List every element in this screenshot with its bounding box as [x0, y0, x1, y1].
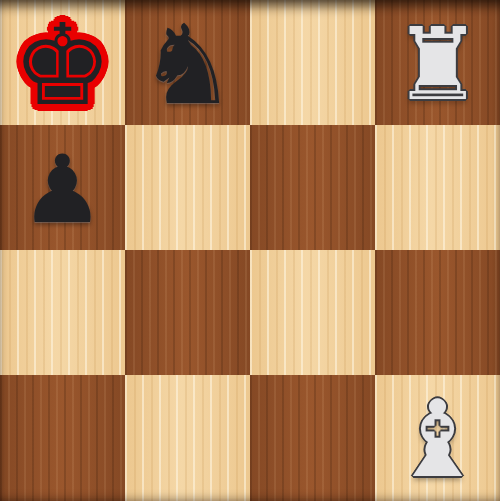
black-knight-b8[interactable]: ♞: [138, 10, 237, 120]
chess-board-view: ♚♞♜♟♝: [0, 0, 500, 501]
square-c6[interactable]: [250, 250, 375, 375]
square-c7[interactable]: [250, 125, 375, 250]
square-a8[interactable]: ♚: [0, 0, 125, 125]
square-b5[interactable]: [125, 375, 250, 501]
square-a5[interactable]: [0, 375, 125, 501]
square-c5[interactable]: [250, 375, 375, 501]
square-d8[interactable]: ♜: [375, 0, 500, 125]
board: ♚♞♜♟♝: [0, 0, 500, 501]
square-b7[interactable]: [125, 125, 250, 250]
square-a7[interactable]: ♟: [0, 125, 125, 250]
square-a6[interactable]: [0, 250, 125, 375]
black-king-a8[interactable]: ♚: [12, 9, 112, 121]
square-b8[interactable]: ♞: [125, 0, 250, 125]
square-b6[interactable]: [125, 250, 250, 375]
square-d7[interactable]: [375, 125, 500, 250]
black-pawn-a7[interactable]: ♟: [20, 143, 104, 237]
white-rook-d8[interactable]: ♜: [393, 15, 483, 115]
square-c8[interactable]: [250, 0, 375, 125]
square-d6[interactable]: [375, 250, 500, 375]
white-bishop-d5[interactable]: ♝: [390, 387, 485, 493]
square-d5[interactable]: ♝: [375, 375, 500, 501]
